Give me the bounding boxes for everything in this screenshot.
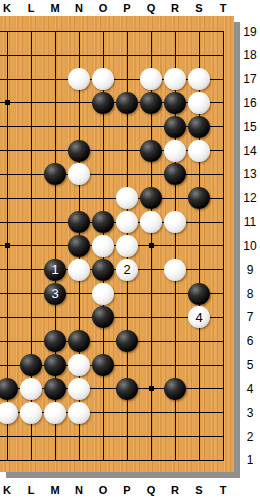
coord-label-right-15: 15 bbox=[240, 120, 260, 134]
coord-label-right-2: 2 bbox=[240, 430, 260, 444]
coord-label-top-r: R bbox=[166, 1, 184, 15]
star-point bbox=[5, 100, 10, 105]
white-stone-r14 bbox=[164, 140, 186, 162]
black-stone-k4 bbox=[0, 378, 18, 400]
black-stone-o9 bbox=[92, 259, 114, 281]
black-stone-n14 bbox=[68, 140, 90, 162]
grid-line bbox=[0, 341, 224, 342]
grid-line bbox=[0, 55, 224, 56]
coord-label-bottom-q: Q bbox=[142, 483, 160, 497]
white-stone-o10 bbox=[92, 235, 114, 257]
black-stone-o5 bbox=[92, 354, 114, 376]
black-stone-q12 bbox=[140, 187, 162, 209]
grid-line bbox=[0, 436, 224, 437]
white-stone-p9: 2 bbox=[116, 259, 138, 281]
coord-label-bottom-t: T bbox=[214, 483, 232, 497]
black-stone-m8: 3 bbox=[44, 283, 66, 305]
white-stone-p11 bbox=[116, 211, 138, 233]
black-stone-r13 bbox=[164, 163, 186, 185]
white-stone-r17 bbox=[164, 68, 186, 90]
white-stone-k3 bbox=[0, 402, 18, 424]
coord-label-right-5: 5 bbox=[240, 358, 260, 372]
black-stone-m6 bbox=[44, 330, 66, 352]
coord-label-top-o: O bbox=[94, 1, 112, 15]
white-stone-n5 bbox=[68, 354, 90, 376]
white-stone-o17 bbox=[92, 68, 114, 90]
black-stone-m9: 1 bbox=[44, 259, 66, 281]
white-stone-p12 bbox=[116, 187, 138, 209]
coord-label-right-9: 9 bbox=[240, 263, 260, 277]
black-stone-n11 bbox=[68, 211, 90, 233]
black-stone-r4 bbox=[164, 378, 186, 400]
black-stone-p16 bbox=[116, 92, 138, 114]
white-stone-m3 bbox=[44, 402, 66, 424]
white-stone-s7: 4 bbox=[188, 306, 210, 328]
black-stone-r16 bbox=[164, 92, 186, 114]
star-point bbox=[149, 386, 154, 391]
black-stone-q16 bbox=[140, 92, 162, 114]
coord-label-top-m: M bbox=[46, 1, 64, 15]
black-stone-n10 bbox=[68, 235, 90, 257]
move-number-label: 1 bbox=[51, 263, 58, 276]
white-stone-q11 bbox=[140, 211, 162, 233]
coord-label-right-17: 17 bbox=[240, 72, 260, 86]
white-stone-l4 bbox=[20, 378, 42, 400]
black-stone-o7 bbox=[92, 306, 114, 328]
grid-line bbox=[0, 460, 224, 461]
black-stone-r15 bbox=[164, 116, 186, 138]
coord-label-top-l: L bbox=[22, 1, 40, 15]
coord-label-top-n: N bbox=[70, 1, 88, 15]
grid-line bbox=[0, 31, 224, 32]
go-diagram-page: 1324 KLMNOPQRST 191817161514131211109876… bbox=[0, 0, 260, 500]
black-stone-m13 bbox=[44, 163, 66, 185]
coord-label-right-7: 7 bbox=[240, 310, 260, 324]
coord-label-right-12: 12 bbox=[240, 191, 260, 205]
black-stone-p6 bbox=[116, 330, 138, 352]
white-stone-n4 bbox=[68, 378, 90, 400]
black-stone-m5 bbox=[44, 354, 66, 376]
black-stone-s12 bbox=[188, 187, 210, 209]
move-number-label: 2 bbox=[123, 263, 130, 276]
go-board[interactable]: 1324 bbox=[0, 16, 234, 472]
coord-label-right-11: 11 bbox=[240, 215, 260, 229]
black-stone-n6 bbox=[68, 330, 90, 352]
coord-label-bottom-k: K bbox=[0, 483, 16, 497]
white-stone-n3 bbox=[68, 402, 90, 424]
white-stone-n9 bbox=[68, 259, 90, 281]
white-stone-n17 bbox=[68, 68, 90, 90]
white-stone-p10 bbox=[116, 235, 138, 257]
coord-label-right-19: 19 bbox=[240, 25, 260, 39]
black-stone-l5 bbox=[20, 354, 42, 376]
coord-label-right-4: 4 bbox=[240, 382, 260, 396]
coord-label-top-p: P bbox=[118, 1, 136, 15]
coord-label-right-6: 6 bbox=[240, 334, 260, 348]
white-stone-o8 bbox=[92, 283, 114, 305]
move-number-label: 4 bbox=[195, 311, 202, 324]
black-stone-p4 bbox=[116, 378, 138, 400]
star-point bbox=[5, 243, 10, 248]
coord-label-bottom-s: S bbox=[190, 483, 208, 497]
coord-label-top-k: K bbox=[0, 1, 16, 15]
coord-label-bottom-r: R bbox=[166, 483, 184, 497]
coord-label-top-t: T bbox=[214, 1, 232, 15]
white-stone-n13 bbox=[68, 163, 90, 185]
black-stone-s15 bbox=[188, 116, 210, 138]
coord-label-right-8: 8 bbox=[240, 287, 260, 301]
star-point bbox=[149, 243, 154, 248]
black-stone-o11 bbox=[92, 211, 114, 233]
coord-label-bottom-o: O bbox=[94, 483, 112, 497]
coord-label-right-10: 10 bbox=[240, 239, 260, 253]
white-stone-s14 bbox=[188, 140, 210, 162]
move-number-label: 3 bbox=[51, 287, 58, 300]
white-stone-q17 bbox=[140, 68, 162, 90]
coord-label-bottom-l: L bbox=[22, 483, 40, 497]
white-stone-l3 bbox=[20, 402, 42, 424]
coord-label-bottom-p: P bbox=[118, 483, 136, 497]
coord-label-bottom-n: N bbox=[70, 483, 88, 497]
coord-label-right-13: 13 bbox=[240, 167, 260, 181]
coord-label-right-16: 16 bbox=[240, 96, 260, 110]
black-stone-q14 bbox=[140, 140, 162, 162]
black-stone-o16 bbox=[92, 92, 114, 114]
coord-label-top-q: Q bbox=[142, 1, 160, 15]
coord-label-top-s: S bbox=[190, 1, 208, 15]
white-stone-s17 bbox=[188, 68, 210, 90]
coord-label-bottom-m: M bbox=[46, 483, 64, 497]
coord-label-right-1: 1 bbox=[240, 453, 260, 467]
black-stone-s8 bbox=[188, 283, 210, 305]
black-stone-m4 bbox=[44, 378, 66, 400]
grid-line bbox=[0, 174, 224, 175]
coord-label-right-3: 3 bbox=[240, 406, 260, 420]
white-stone-s16 bbox=[188, 92, 210, 114]
white-stone-r11 bbox=[164, 211, 186, 233]
coord-label-right-18: 18 bbox=[240, 48, 260, 62]
white-stone-r9 bbox=[164, 259, 186, 281]
coord-label-right-14: 14 bbox=[240, 144, 260, 158]
